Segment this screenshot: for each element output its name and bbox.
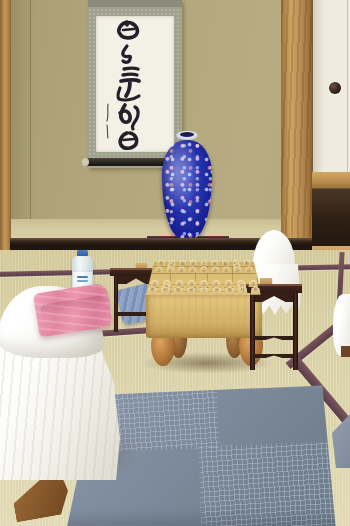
shogi-piece-k: 王 (200, 260, 208, 267)
shogi-piece-P: 歩 (187, 280, 197, 288)
cushion-pattern-quadrant (199, 441, 350, 526)
second-cushion-corner (332, 414, 350, 468)
shogi-piece-p: 歩 (222, 266, 231, 273)
shogi-piece-s: 銀 (221, 260, 229, 267)
shogi-board-side (146, 294, 262, 338)
shogi-piece-p: 歩 (188, 266, 197, 273)
right-stand-leg (250, 293, 255, 370)
shogi-piece-p: 歩 (177, 266, 186, 273)
shogi-piece-g: 金 (211, 260, 219, 267)
shogi-piece-S: 銀 (225, 286, 235, 294)
cushion-pattern-quadrant (89, 390, 219, 452)
shogi-piece-P: 歩 (212, 280, 222, 288)
zabuton-cushion (60, 382, 350, 526)
shogi-piece-p: 歩 (200, 266, 209, 273)
shogi-piece-l: 香 (157, 260, 165, 267)
shogi-room-photo: 香桂銀金王金銀桂香飛角歩歩歩歩歩歩歩歩歩歩歩歩歩歩歩歩歩歩角飛香桂銀金王金銀桂香 (0, 0, 350, 526)
shogi-piece-g: 金 (189, 260, 197, 267)
shogi-piece-G: 金 (212, 286, 222, 294)
shogi-piece-P: 歩 (199, 280, 209, 288)
shogi-piece-K: 王 (199, 286, 209, 294)
bottle-label-mark (77, 276, 88, 278)
shogi-piece-L: 香 (147, 286, 157, 294)
shogi-piece-p: 歩 (211, 266, 220, 273)
left-stand-leg (114, 276, 118, 332)
shogi-piece-s: 銀 (179, 260, 187, 267)
shogi-piece-p: 歩 (155, 266, 164, 273)
left-chair-wood-base (8, 464, 72, 523)
shogi-piece-p: 歩 (245, 266, 254, 273)
shogi-piece-P: 歩 (150, 280, 160, 288)
shogi-piece-G: 金 (186, 286, 196, 294)
shogi-pieces-layer: 香桂銀金王金銀桂香飛角歩歩歩歩歩歩歩歩歩歩歩歩歩歩歩歩歩歩角飛香桂銀金王金銀桂香 (146, 262, 262, 295)
room-items: 香桂銀金王金銀桂香飛角歩歩歩歩歩歩歩歩歩歩歩歩歩歩歩歩歩歩角飛香桂銀金王金銀桂香 (0, 0, 350, 526)
shogi-piece-S: 銀 (173, 286, 183, 294)
right-edge-chair-foot (341, 346, 350, 357)
shogi-piece-L: 香 (250, 286, 260, 294)
shogi-piece-P: 歩 (224, 280, 234, 288)
right-piece-stand (246, 282, 304, 370)
shogi-piece-P: 歩 (248, 280, 258, 288)
right-stand-leg (293, 293, 298, 370)
right-stand-stretcher (253, 336, 295, 340)
shogi-piece-P: 歩 (175, 280, 185, 288)
right-stand-stretcher (253, 354, 295, 358)
